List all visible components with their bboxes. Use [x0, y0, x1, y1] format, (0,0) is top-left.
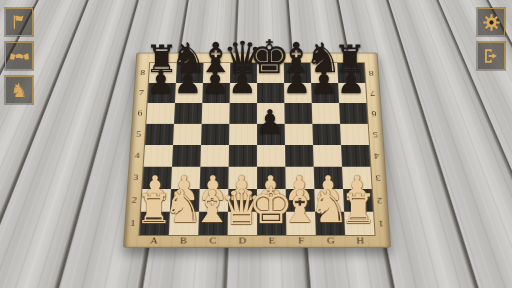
chess-app-scene: 1122334455667788ABCDEFGH ♜♞♝♛♚♝♞♜♟♟♟♟♟♟♟…	[0, 0, 512, 288]
piece-a7-black-pawn[interactable]: ♟	[146, 66, 175, 98]
piece-h7-black-pawn[interactable]: ♟	[337, 66, 366, 98]
settings-button[interactable]	[477, 8, 505, 36]
handshake-icon	[10, 47, 29, 66]
pieces-layer: ♜♞♝♛♚♝♞♜♟♟♟♟♟♟♟♟♟♟♟♟♟♟♟♟♜♞♝♛♚♝♞♜	[0, 0, 512, 288]
piece-f7-black-pawn[interactable]: ♟	[282, 66, 311, 98]
exit-button[interactable]	[477, 42, 505, 70]
piece-h1-white-rook[interactable]: ♜	[340, 189, 376, 230]
piece-g7-black-pawn[interactable]: ♟	[310, 66, 339, 98]
exit-icon	[482, 47, 500, 65]
resign-button[interactable]	[5, 8, 33, 36]
knight-button[interactable]: ♞	[5, 76, 33, 104]
flag-icon	[10, 13, 28, 31]
piece-c7-black-pawn[interactable]: ♟	[201, 66, 230, 98]
piece-e5-black-pawn[interactable]: ♟	[255, 106, 284, 139]
piece-d7-black-pawn[interactable]: ♟	[228, 66, 257, 98]
draw-offer-button[interactable]	[5, 42, 33, 70]
knight-icon: ♞	[10, 81, 27, 100]
piece-b7-black-pawn[interactable]: ♟	[174, 66, 203, 98]
gear-icon	[482, 13, 501, 32]
